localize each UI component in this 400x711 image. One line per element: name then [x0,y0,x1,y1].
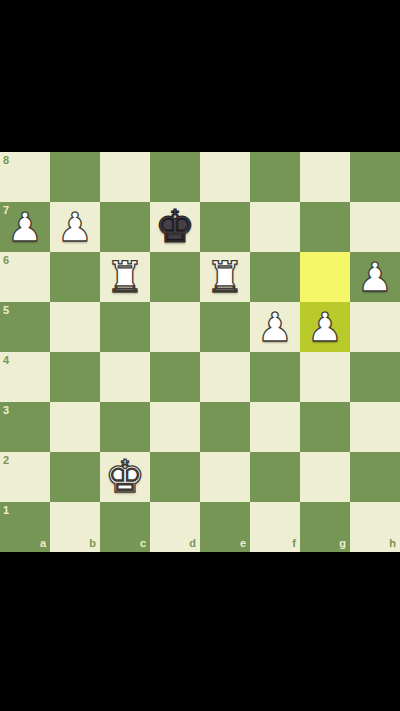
square-f3[interactable] [250,402,300,452]
square-f6[interactable] [250,252,300,302]
square-f2[interactable] [250,452,300,502]
square-d8[interactable] [150,152,200,202]
square-e5[interactable] [200,302,250,352]
square-h2[interactable] [350,452,400,502]
file-label-b: b [89,538,96,549]
square-a7[interactable]: 7♟ [0,202,50,252]
file-label-c: c [140,538,146,549]
square-c5[interactable] [100,302,150,352]
square-f7[interactable] [250,202,300,252]
square-g1[interactable]: g [300,502,350,552]
square-c1[interactable]: c [100,502,150,552]
file-label-e: e [240,538,246,549]
square-d3[interactable] [150,402,200,452]
video-frame: 87♟♟♚6♜♜♟5♟♟432♚1abcdefgh [0,0,400,711]
square-b2[interactable] [50,452,100,502]
square-c2[interactable]: ♚ [100,452,150,502]
square-h8[interactable] [350,152,400,202]
square-e1[interactable]: e [200,502,250,552]
square-h7[interactable] [350,202,400,252]
white-rook-c6[interactable]: ♜ [100,252,150,302]
square-e6[interactable]: ♜ [200,252,250,302]
square-c3[interactable] [100,402,150,452]
square-f4[interactable] [250,352,300,402]
square-h1[interactable]: h [350,502,400,552]
square-a4[interactable]: 4 [0,352,50,402]
square-a1[interactable]: 1a [0,502,50,552]
square-a2[interactable]: 2 [0,452,50,502]
square-g3[interactable] [300,402,350,452]
square-c8[interactable] [100,152,150,202]
square-g4[interactable] [300,352,350,402]
rank-label-3: 3 [3,405,9,416]
square-a5[interactable]: 5 [0,302,50,352]
square-e3[interactable] [200,402,250,452]
square-f1[interactable]: f [250,502,300,552]
square-h6[interactable]: ♟ [350,252,400,302]
square-e8[interactable] [200,152,250,202]
white-pawn-a7[interactable]: ♟ [0,202,50,252]
square-d4[interactable] [150,352,200,402]
square-a6[interactable]: 6 [0,252,50,302]
square-b6[interactable] [50,252,100,302]
rank-label-2: 2 [3,455,9,466]
rank-label-5: 5 [3,305,9,316]
file-label-g: g [339,538,346,549]
square-b5[interactable] [50,302,100,352]
square-a3[interactable]: 3 [0,402,50,452]
chess-board: 87♟♟♚6♜♜♟5♟♟432♚1abcdefgh [0,152,400,552]
white-king-c2[interactable]: ♚ [100,452,150,502]
square-g7[interactable] [300,202,350,252]
rank-label-4: 4 [3,355,9,366]
file-label-d: d [189,538,196,549]
white-rook-e6[interactable]: ♜ [200,252,250,302]
square-g8[interactable] [300,152,350,202]
square-d6[interactable] [150,252,200,302]
square-b8[interactable] [50,152,100,202]
square-c4[interactable] [100,352,150,402]
square-f8[interactable] [250,152,300,202]
square-d5[interactable] [150,302,200,352]
white-pawn-b7[interactable]: ♟ [50,202,100,252]
square-d1[interactable]: d [150,502,200,552]
white-pawn-h6[interactable]: ♟ [350,252,400,302]
file-label-f: f [292,538,296,549]
letterbox-top [0,0,400,152]
rank-label-1: 1 [3,505,9,516]
square-b3[interactable] [50,402,100,452]
square-d7[interactable]: ♚ [150,202,200,252]
square-h5[interactable] [350,302,400,352]
square-h3[interactable] [350,402,400,452]
square-e2[interactable] [200,452,250,502]
square-e4[interactable] [200,352,250,402]
white-pawn-f5[interactable]: ♟ [250,302,300,352]
square-a8[interactable]: 8 [0,152,50,202]
square-d2[interactable] [150,452,200,502]
letterbox-bottom [0,552,400,711]
rank-label-8: 8 [3,155,9,166]
rank-label-6: 6 [3,255,9,266]
square-c6[interactable]: ♜ [100,252,150,302]
black-king-d7[interactable]: ♚ [150,202,200,252]
white-pawn-g5[interactable]: ♟ [300,302,350,352]
square-b4[interactable] [50,352,100,402]
square-g2[interactable] [300,452,350,502]
square-f5[interactable]: ♟ [250,302,300,352]
square-e7[interactable] [200,202,250,252]
square-g6[interactable] [300,252,350,302]
file-label-h: h [389,538,396,549]
square-c7[interactable] [100,202,150,252]
file-label-a: a [40,538,46,549]
square-g5[interactable]: ♟ [300,302,350,352]
square-b1[interactable]: b [50,502,100,552]
square-b7[interactable]: ♟ [50,202,100,252]
square-h4[interactable] [350,352,400,402]
